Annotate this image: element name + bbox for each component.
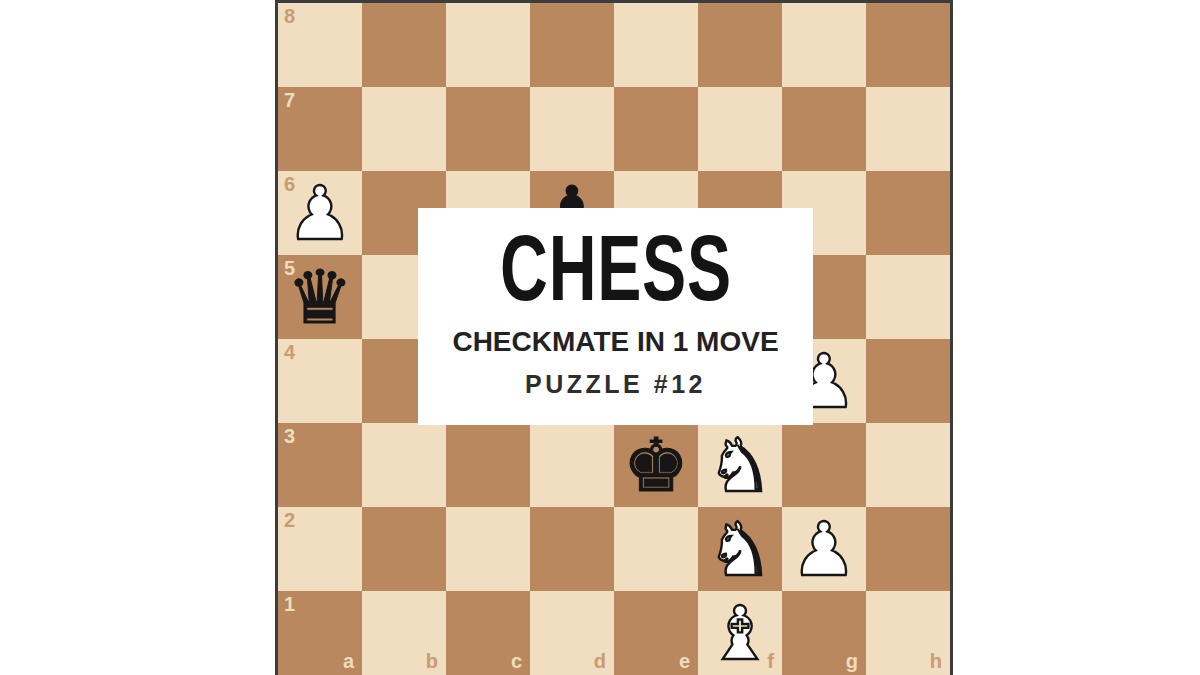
square-e2[interactable] <box>614 507 698 591</box>
card-puzzle-number: PUZZLE #12 <box>525 372 706 397</box>
square-h4[interactable] <box>866 339 950 423</box>
rank-label-3: 3 <box>284 425 295 447</box>
square-d3[interactable] <box>530 423 614 507</box>
square-b1[interactable]: b <box>362 591 446 675</box>
square-g1[interactable]: g <box>782 591 866 675</box>
square-e7[interactable] <box>614 87 698 171</box>
rank-label-2: 2 <box>284 509 295 531</box>
file-label-a: a <box>343 650 354 672</box>
square-b3[interactable] <box>362 423 446 507</box>
square-f7[interactable] <box>698 87 782 171</box>
file-label-c: c <box>511 650 522 672</box>
square-e1[interactable]: e <box>614 591 698 675</box>
square-f8[interactable] <box>698 3 782 87</box>
square-h5[interactable] <box>866 255 950 339</box>
piece-black-king-e3[interactable]: ♚ <box>614 423 698 507</box>
square-c7[interactable] <box>446 87 530 171</box>
card-subtitle: CHECKMATE IN 1 MOVE <box>452 327 778 356</box>
square-e3[interactable]: ♚ <box>614 423 698 507</box>
square-c1[interactable]: c <box>446 591 530 675</box>
square-g7[interactable] <box>782 87 866 171</box>
puzzle-caption-card: CHESS CHECKMATE IN 1 MOVE PUZZLE #12 <box>418 208 813 425</box>
square-f3[interactable]: ♞ <box>698 423 782 507</box>
rank-label-1: 1 <box>284 593 295 615</box>
square-h7[interactable] <box>866 87 950 171</box>
square-a7[interactable]: 7 <box>278 87 362 171</box>
square-c3[interactable] <box>446 423 530 507</box>
square-d7[interactable] <box>530 87 614 171</box>
file-label-h: h <box>930 650 942 672</box>
square-b2[interactable] <box>362 507 446 591</box>
square-e8[interactable] <box>614 3 698 87</box>
square-a6[interactable]: 6♟ <box>278 171 362 255</box>
square-d2[interactable] <box>530 507 614 591</box>
square-f2[interactable]: ♞ <box>698 507 782 591</box>
square-b8[interactable] <box>362 3 446 87</box>
square-d8[interactable] <box>530 3 614 87</box>
square-h8[interactable] <box>866 3 950 87</box>
square-a8[interactable]: 8 <box>278 3 362 87</box>
square-f1[interactable]: f♝ <box>698 591 782 675</box>
square-a2[interactable]: 2 <box>278 507 362 591</box>
piece-white-pawn-g2[interactable]: ♟ <box>782 507 866 591</box>
square-c8[interactable] <box>446 3 530 87</box>
square-h3[interactable] <box>866 423 950 507</box>
rank-label-4: 4 <box>284 341 295 363</box>
file-label-d: d <box>594 650 606 672</box>
square-a3[interactable]: 3 <box>278 423 362 507</box>
card-title: CHESS <box>500 222 732 314</box>
file-label-g: g <box>846 650 858 672</box>
square-a5[interactable]: 5♛ <box>278 255 362 339</box>
piece-white-knight-f3[interactable]: ♞ <box>698 423 782 507</box>
rank-label-8: 8 <box>284 5 295 27</box>
piece-white-knight-f2[interactable]: ♞ <box>698 507 782 591</box>
square-g8[interactable] <box>782 3 866 87</box>
square-h1[interactable]: h <box>866 591 950 675</box>
square-h2[interactable] <box>866 507 950 591</box>
square-b7[interactable] <box>362 87 446 171</box>
square-g3[interactable] <box>782 423 866 507</box>
square-g2[interactable]: ♟ <box>782 507 866 591</box>
piece-black-queen-a5[interactable]: ♛ <box>278 255 362 339</box>
square-a1[interactable]: 1a <box>278 591 362 675</box>
square-h6[interactable] <box>866 171 950 255</box>
file-label-e: e <box>679 650 690 672</box>
square-d1[interactable]: d <box>530 591 614 675</box>
square-a4[interactable]: 4 <box>278 339 362 423</box>
piece-white-pawn-a6[interactable]: ♟ <box>278 171 362 255</box>
square-c2[interactable] <box>446 507 530 591</box>
file-label-b: b <box>426 650 438 672</box>
piece-white-bishop-f1[interactable]: ♝ <box>698 591 782 675</box>
rank-label-7: 7 <box>284 89 295 111</box>
